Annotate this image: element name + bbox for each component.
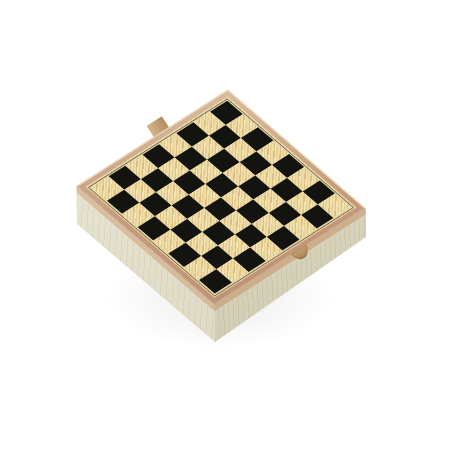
game-box-photo xyxy=(0,0,450,450)
